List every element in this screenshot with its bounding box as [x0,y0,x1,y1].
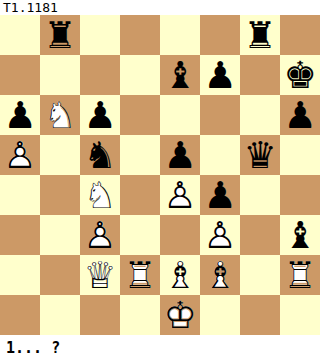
piece-white-bishop: ♝♗ [200,255,240,295]
square-c3[interactable]: ♟♙ [80,215,120,255]
square-e6[interactable] [160,95,200,135]
piece-white-pawn: ♟♙ [0,135,40,175]
square-b7[interactable] [40,55,80,95]
square-g2[interactable] [240,255,280,295]
square-d3[interactable] [120,215,160,255]
square-e8[interactable] [160,15,200,55]
piece-black-rook: ♜ [240,15,280,55]
square-b8[interactable]: ♜ [40,15,80,55]
square-e7[interactable]: ♝ [160,55,200,95]
square-g4[interactable] [240,175,280,215]
move-prompt: 1... ? [0,335,320,360]
square-a1[interactable] [0,295,40,335]
piece-white-knight: ♞♘ [40,95,80,135]
square-f7[interactable]: ♟ [200,55,240,95]
square-c6[interactable]: ♟ [80,95,120,135]
square-h8[interactable] [280,15,320,55]
square-g5[interactable]: ♛ [240,135,280,175]
square-c7[interactable] [80,55,120,95]
square-d7[interactable] [120,55,160,95]
square-c4[interactable]: ♞♘ [80,175,120,215]
square-d5[interactable] [120,135,160,175]
piece-black-queen: ♛ [240,135,280,175]
chess-board: ♜♜♝♟♚♟♞♘♟♟♟♙♞♟♛♞♘♟♙♟♟♙♟♙♝♛♕♜♖♝♗♝♗♜♖♚♔ [0,15,320,335]
square-d1[interactable] [120,295,160,335]
piece-black-knight: ♞ [80,135,120,175]
square-g6[interactable] [240,95,280,135]
square-e5[interactable]: ♟ [160,135,200,175]
piece-black-rook: ♜ [40,15,80,55]
square-d4[interactable] [120,175,160,215]
square-f3[interactable]: ♟♙ [200,215,240,255]
square-e3[interactable] [160,215,200,255]
square-b3[interactable] [40,215,80,255]
square-b4[interactable] [40,175,80,215]
square-h2[interactable]: ♜♖ [280,255,320,295]
piece-black-bishop: ♝ [280,215,320,255]
square-e1[interactable]: ♚♔ [160,295,200,335]
square-d2[interactable]: ♜♖ [120,255,160,295]
square-c8[interactable] [80,15,120,55]
square-a3[interactable] [0,215,40,255]
square-a6[interactable]: ♟ [0,95,40,135]
square-a5[interactable]: ♟♙ [0,135,40,175]
piece-black-bishop: ♝ [160,55,200,95]
piece-black-pawn: ♟ [280,95,320,135]
piece-white-pawn: ♟♙ [80,215,120,255]
square-a4[interactable] [0,175,40,215]
square-h7[interactable]: ♚ [280,55,320,95]
square-a2[interactable] [0,255,40,295]
square-g3[interactable] [240,215,280,255]
piece-white-queen: ♛♕ [80,255,120,295]
piece-black-king: ♚ [280,55,320,95]
piece-white-pawn: ♟♙ [200,215,240,255]
square-e4[interactable]: ♟♙ [160,175,200,215]
piece-black-pawn: ♟ [200,175,240,215]
square-e2[interactable]: ♝♗ [160,255,200,295]
piece-white-bishop: ♝♗ [160,255,200,295]
piece-black-pawn: ♟ [80,95,120,135]
square-b6[interactable]: ♞♘ [40,95,80,135]
square-h6[interactable]: ♟ [280,95,320,135]
square-g8[interactable]: ♜ [240,15,280,55]
square-a8[interactable] [0,15,40,55]
square-d6[interactable] [120,95,160,135]
square-b2[interactable] [40,255,80,295]
piece-black-pawn: ♟ [200,55,240,95]
square-h4[interactable] [280,175,320,215]
square-h3[interactable]: ♝ [280,215,320,255]
square-f1[interactable] [200,295,240,335]
piece-white-king: ♚♔ [160,295,200,335]
piece-white-pawn: ♟♙ [160,175,200,215]
square-c5[interactable]: ♞ [80,135,120,175]
square-f5[interactable] [200,135,240,175]
piece-white-rook: ♜♖ [280,255,320,295]
square-f4[interactable]: ♟ [200,175,240,215]
square-c2[interactable]: ♛♕ [80,255,120,295]
square-b5[interactable] [40,135,80,175]
square-g1[interactable] [240,295,280,335]
square-b1[interactable] [40,295,80,335]
square-d8[interactable] [120,15,160,55]
puzzle-title: T1.1181 [0,0,320,15]
piece-white-rook: ♜♖ [120,255,160,295]
square-g7[interactable] [240,55,280,95]
square-h1[interactable] [280,295,320,335]
square-f2[interactable]: ♝♗ [200,255,240,295]
piece-white-knight: ♞♘ [80,175,120,215]
square-h5[interactable] [280,135,320,175]
chess-puzzle-window: T1.1181 ♜♜♝♟♚♟♞♘♟♟♟♙♞♟♛♞♘♟♙♟♟♙♟♙♝♛♕♜♖♝♗♝… [0,0,320,360]
square-a7[interactable] [0,55,40,95]
piece-black-pawn: ♟ [0,95,40,135]
square-f6[interactable] [200,95,240,135]
square-c1[interactable] [80,295,120,335]
square-f8[interactable] [200,15,240,55]
piece-black-pawn: ♟ [160,135,200,175]
